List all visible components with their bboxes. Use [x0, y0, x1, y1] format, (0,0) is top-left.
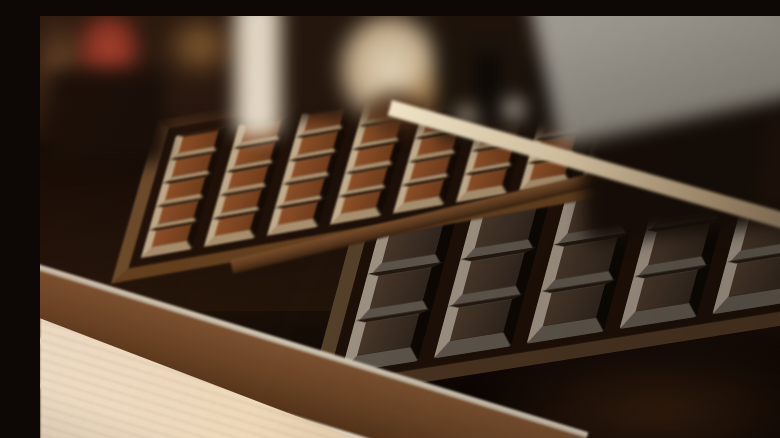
blurred-background	[40, 16, 780, 256]
white-pillar-bokeh	[234, 16, 282, 136]
metal-glint	[498, 94, 530, 124]
waffle-maker-photo	[40, 16, 780, 438]
dark-pot-bokeh	[48, 68, 166, 163]
